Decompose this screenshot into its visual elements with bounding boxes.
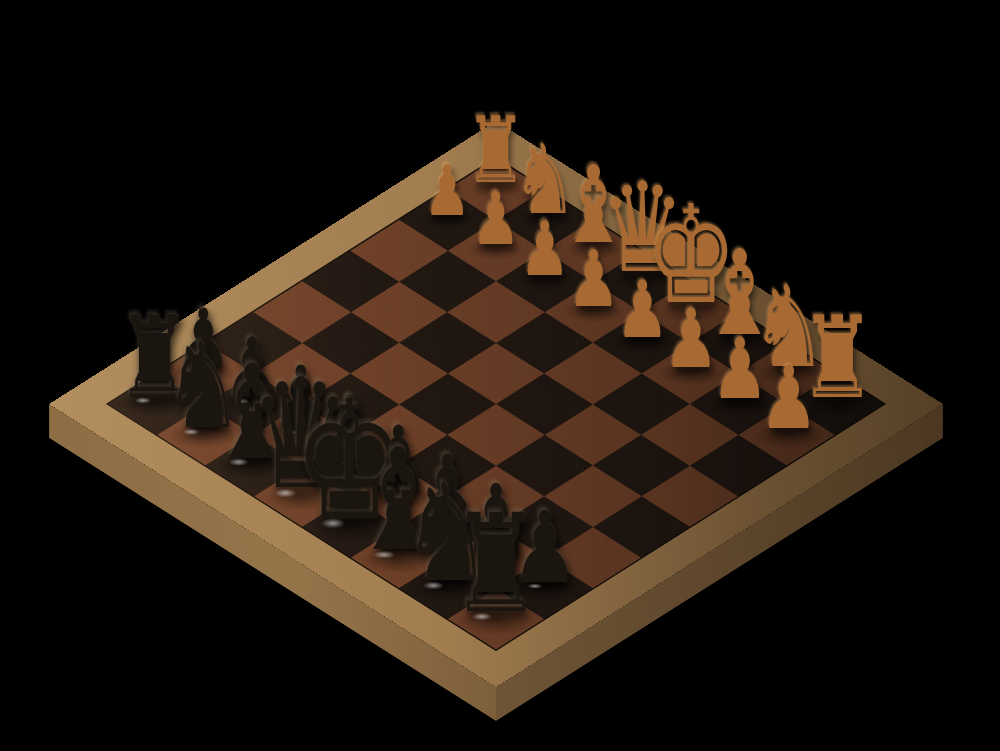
piece-white-pawn-d2[interactable]: ♟ [567,240,620,318]
piece-black-rook-h8[interactable]: ♜ [450,497,542,633]
piece-white-pawn-a2[interactable]: ♟ [423,155,471,225]
piece-white-pawn-c2[interactable]: ♟ [519,212,570,287]
chess-scene: ♜♞♝♛♚♝♞♜♟♟♟♟♟♟♟♟♟♟♟♟♟♟♟♟♜♞♝♛♚♝♞♜ [0,0,1000,751]
piece-white-pawn-h2[interactable]: ♟ [759,356,818,443]
piece-white-pawn-e2[interactable]: ♟ [615,270,669,349]
piece-white-pawn-b2[interactable]: ♟ [471,183,520,256]
